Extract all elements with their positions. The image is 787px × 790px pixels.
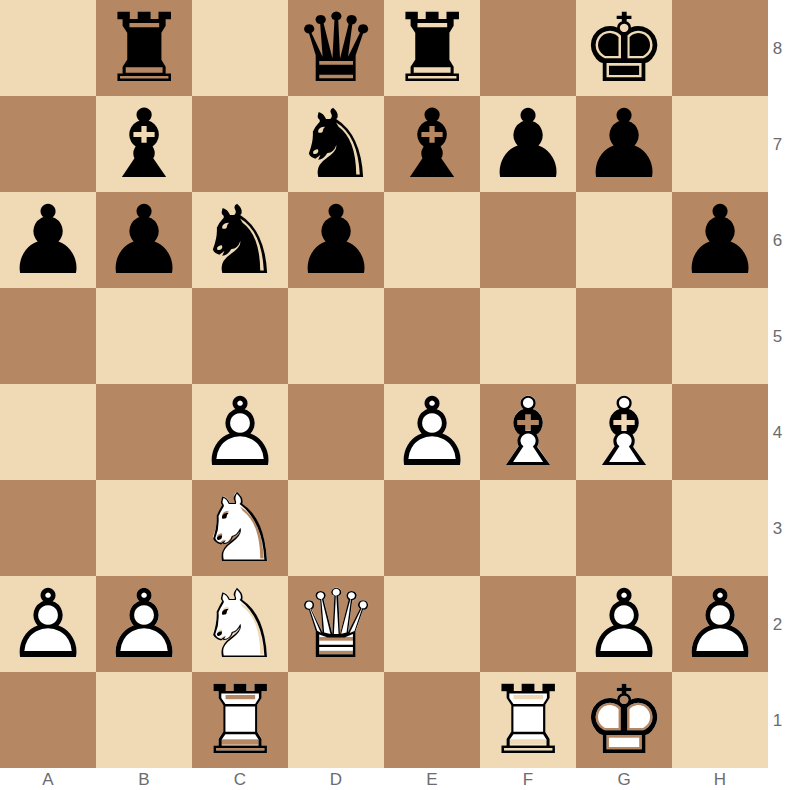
white-knight[interactable]: ♞♘ [192,576,288,672]
piece-glyph-fill: ♚ [576,0,672,96]
square-c2[interactable]: ♞♘ [192,576,288,672]
piece-glyph-outline: ♙ [192,384,288,480]
square-b4[interactable] [96,384,192,480]
piece-glyph-outline: ♕ [288,576,384,672]
square-f7[interactable]: ♟ [480,96,576,192]
square-d4[interactable] [288,384,384,480]
square-f1[interactable]: ♜♖ [480,672,576,768]
square-g8[interactable]: ♚ [576,0,672,96]
white-pawn[interactable]: ♟♙ [576,576,672,672]
corner-spacer [768,768,787,790]
white-bishop[interactable]: ♝♗ [480,384,576,480]
square-b8[interactable]: ♜ [96,0,192,96]
black-king[interactable]: ♚ [576,0,672,96]
black-rook[interactable]: ♜ [384,0,480,96]
black-pawn[interactable]: ♟ [288,192,384,288]
square-f3[interactable] [480,480,576,576]
square-c6[interactable]: ♞ [192,192,288,288]
square-b7[interactable]: ♝ [96,96,192,192]
square-g3[interactable] [576,480,672,576]
rank-label-6: 6 [768,192,787,288]
square-a3[interactable] [0,480,96,576]
piece-glyph-outline: ♗ [480,384,576,480]
piece-glyph-fill: ♛ [288,0,384,96]
square-b3[interactable] [96,480,192,576]
square-d2[interactable]: ♛♕ [288,576,384,672]
rank-label-1: 1 [768,672,787,768]
white-pawn[interactable]: ♟♙ [384,384,480,480]
piece-glyph-fill: ♜ [384,0,480,96]
chessboard-layout: ♜♛♜♚♝♞♝♟♟♟♟♞♟♟♟♙♟♙♝♗♝♗♞♘♟♙♟♙♞♘♛♕♟♙♟♙♜♖♜♖… [0,0,787,790]
black-pawn[interactable]: ♟ [576,96,672,192]
file-label-a: A [0,768,96,790]
square-g2[interactable]: ♟♙ [576,576,672,672]
square-c5[interactable] [192,288,288,384]
rank-label-8: 8 [768,0,787,96]
black-bishop[interactable]: ♝ [96,96,192,192]
square-a4[interactable] [0,384,96,480]
black-bishop[interactable]: ♝ [384,96,480,192]
piece-glyph-fill: ♝ [96,96,192,192]
rank-labels: 87654321 [768,0,787,768]
square-c8[interactable] [192,0,288,96]
piece-glyph-outline: ♔ [576,672,672,768]
square-a7[interactable] [0,96,96,192]
square-g4[interactable]: ♝♗ [576,384,672,480]
black-knight[interactable]: ♞ [288,96,384,192]
square-h8[interactable] [672,0,768,96]
rank-label-2: 2 [768,576,787,672]
square-a8[interactable] [0,0,96,96]
black-rook[interactable]: ♜ [96,0,192,96]
square-d5[interactable] [288,288,384,384]
square-b5[interactable] [96,288,192,384]
square-h6[interactable]: ♟ [672,192,768,288]
square-e7[interactable]: ♝ [384,96,480,192]
square-h1[interactable] [672,672,768,768]
piece-glyph-outline: ♙ [576,576,672,672]
square-c7[interactable] [192,96,288,192]
rank-label-4: 4 [768,384,787,480]
square-b2[interactable]: ♟♙ [96,576,192,672]
rank-label-5: 5 [768,288,787,384]
square-h4[interactable] [672,384,768,480]
black-pawn[interactable]: ♟ [96,192,192,288]
white-rook[interactable]: ♜♖ [192,672,288,768]
square-c3[interactable]: ♞♘ [192,480,288,576]
piece-glyph-fill: ♝ [384,96,480,192]
square-d8[interactable]: ♛ [288,0,384,96]
piece-glyph-outline: ♘ [192,576,288,672]
piece-glyph-fill: ♟ [0,192,96,288]
white-pawn[interactable]: ♟♙ [192,384,288,480]
square-g1[interactable]: ♚♔ [576,672,672,768]
square-b1[interactable] [96,672,192,768]
square-h7[interactable] [672,96,768,192]
square-h2[interactable]: ♟♙ [672,576,768,672]
piece-glyph-fill: ♜ [96,0,192,96]
square-f8[interactable] [480,0,576,96]
piece-glyph-outline: ♗ [576,384,672,480]
piece-glyph-fill: ♟ [96,192,192,288]
black-pawn[interactable]: ♟ [0,192,96,288]
piece-glyph-fill: ♟ [480,96,576,192]
square-d7[interactable]: ♞ [288,96,384,192]
black-pawn[interactable]: ♟ [480,96,576,192]
square-f2[interactable] [480,576,576,672]
square-g7[interactable]: ♟ [576,96,672,192]
square-f4[interactable]: ♝♗ [480,384,576,480]
white-rook[interactable]: ♜♖ [480,672,576,768]
square-d3[interactable] [288,480,384,576]
black-knight[interactable]: ♞ [192,192,288,288]
file-label-e: E [384,768,480,790]
file-label-b: B [96,768,192,790]
rank-label-7: 7 [768,96,787,192]
square-a6[interactable]: ♟ [0,192,96,288]
file-label-d: D [288,768,384,790]
square-e2[interactable] [384,576,480,672]
square-a5[interactable] [0,288,96,384]
square-a2[interactable]: ♟♙ [0,576,96,672]
piece-glyph-fill: ♟ [288,192,384,288]
white-pawn[interactable]: ♟♙ [0,576,96,672]
piece-glyph-fill: ♞ [288,96,384,192]
piece-glyph-outline: ♙ [672,576,768,672]
file-label-h: H [672,768,768,790]
white-bishop[interactable]: ♝♗ [576,384,672,480]
square-d1[interactable] [288,672,384,768]
square-g6[interactable] [576,192,672,288]
square-e8[interactable]: ♜ [384,0,480,96]
square-e6[interactable] [384,192,480,288]
black-pawn[interactable]: ♟ [672,192,768,288]
square-f6[interactable] [480,192,576,288]
square-h5[interactable] [672,288,768,384]
square-c1[interactable]: ♜♖ [192,672,288,768]
square-a1[interactable] [0,672,96,768]
white-queen[interactable]: ♛♕ [288,576,384,672]
rank-label-3: 3 [768,480,787,576]
square-g5[interactable] [576,288,672,384]
piece-glyph-fill: ♞ [192,192,288,288]
piece-glyph-outline: ♙ [96,576,192,672]
square-e3[interactable] [384,480,480,576]
white-pawn[interactable]: ♟♙ [96,576,192,672]
square-h3[interactable] [672,480,768,576]
white-king[interactable]: ♚♔ [576,672,672,768]
piece-glyph-outline: ♙ [0,576,96,672]
square-e4[interactable]: ♟♙ [384,384,480,480]
square-b6[interactable]: ♟ [96,192,192,288]
piece-glyph-outline: ♙ [384,384,480,480]
black-queen[interactable]: ♛ [288,0,384,96]
chess-board: ♜♛♜♚♝♞♝♟♟♟♟♞♟♟♟♙♟♙♝♗♝♗♞♘♟♙♟♙♞♘♛♕♟♙♟♙♜♖♜♖… [0,0,768,768]
piece-glyph-outline: ♘ [192,480,288,576]
square-e1[interactable] [384,672,480,768]
square-d6[interactable]: ♟ [288,192,384,288]
white-pawn[interactable]: ♟♙ [672,576,768,672]
piece-glyph-outline: ♖ [480,672,576,768]
square-c4[interactable]: ♟♙ [192,384,288,480]
piece-glyph-fill: ♟ [576,96,672,192]
piece-glyph-fill: ♟ [672,192,768,288]
piece-glyph-outline: ♖ [192,672,288,768]
square-f5[interactable] [480,288,576,384]
square-e5[interactable] [384,288,480,384]
white-knight[interactable]: ♞♘ [192,480,288,576]
